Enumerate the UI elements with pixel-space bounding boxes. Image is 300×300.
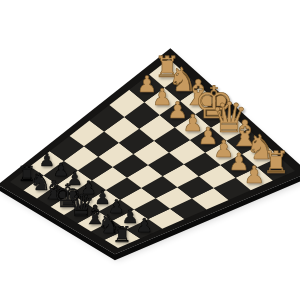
chess-set-product-photo: ♜♞♝♚♛♝♞♜♟♟♟♟♟♟♟♟♟♟♟♟♟♟♟♟♜♞♝♚♛♝♞♜: [0, 0, 300, 300]
piece-black-pawn-a7: ♟: [136, 214, 153, 237]
chessboard-svg: ♜♞♝♚♛♝♞♜♟♟♟♟♟♟♟♟♟♟♟♟♟♟♟♟♜♞♝♚♛♝♞♜: [0, 0, 300, 300]
piece-white-rook-a1: ♜: [262, 145, 289, 180]
